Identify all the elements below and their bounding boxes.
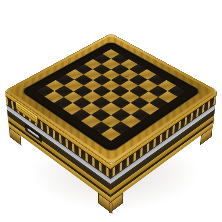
- piece-black-pawn-d7: ♟: [121, 67, 131, 78]
- piece-white-pawn-h2: ♟: [112, 119, 123, 131]
- piece-black-rook-h8: ♜: [168, 82, 179, 94]
- photo-stage: ♜♞♝♛♚♝♞♜♟♟♟♟♟♟♟♟♟♟♟♟♟♟♟♟♜♞♝♛♚♝♞♜: [0, 0, 222, 222]
- drawer-handle: [25, 124, 42, 143]
- piece-black-pawn-e7: ♟: [130, 72, 140, 83]
- scene: ♜♞♝♛♚♝♞♜♟♟♟♟♟♟♟♟♟♟♟♟♟♟♟♟♜♞♝♛♚♝♞♜: [0, 0, 222, 222]
- piece-white-rook-h1: ♜: [101, 125, 113, 138]
- chess-box: ♜♞♝♛♚♝♞♜♟♟♟♟♟♟♟♟♟♟♟♟♟♟♟♟♜♞♝♛♚♝♞♜: [5, 34, 217, 165]
- piece-black-pawn-h7: ♟: [159, 89, 169, 100]
- piece-black-pawn-g7: ♟: [149, 83, 159, 94]
- drawer-handle-bar: [27, 128, 39, 139]
- piece-black-pawn-f7: ♟: [140, 78, 150, 89]
- foot-left-corner: [9, 127, 22, 146]
